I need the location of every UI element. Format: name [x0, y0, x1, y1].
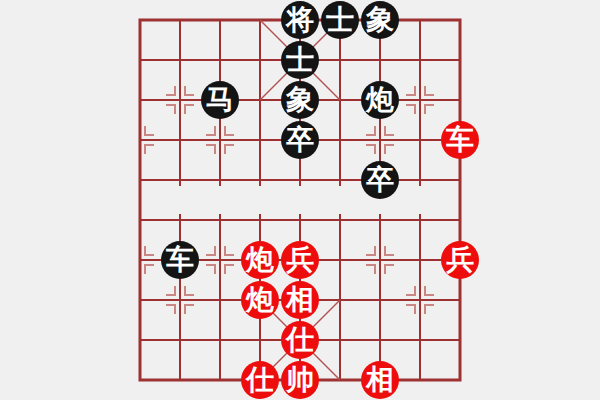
piece-black-elephant[interactable]: 象 [281, 81, 319, 119]
piece-black-soldier[interactable]: 卒 [361, 161, 399, 199]
piece-red-cannon[interactable]: 炮 [241, 241, 279, 279]
piece-black-chariot[interactable]: 车 [161, 241, 199, 279]
piece-black-general[interactable]: 将 [281, 1, 319, 39]
piece-black-advisor[interactable]: 士 [281, 41, 319, 79]
piece-red-advisor[interactable]: 仕 [241, 361, 279, 399]
piece-red-chariot[interactable]: 车 [441, 121, 479, 159]
piece-black-elephant[interactable]: 象 [361, 1, 399, 39]
xiangqi-diagram: 将士象士马象炮卒车卒车炮兵兵炮相仕仕帅相 [0, 0, 600, 400]
piece-black-soldier[interactable]: 卒 [281, 121, 319, 159]
piece-black-horse[interactable]: 马 [201, 81, 239, 119]
piece-red-soldier[interactable]: 兵 [441, 241, 479, 279]
piece-black-advisor[interactable]: 士 [321, 1, 359, 39]
piece-red-elephant[interactable]: 相 [361, 361, 399, 399]
piece-red-general[interactable]: 帅 [281, 361, 319, 399]
pieces-layer: 将士象士马象炮卒车卒车炮兵兵炮相仕仕帅相 [0, 0, 600, 400]
piece-red-cannon[interactable]: 炮 [241, 281, 279, 319]
piece-black-cannon[interactable]: 炮 [361, 81, 399, 119]
piece-red-elephant[interactable]: 相 [281, 281, 319, 319]
piece-red-advisor[interactable]: 仕 [281, 321, 319, 359]
piece-red-soldier[interactable]: 兵 [281, 241, 319, 279]
